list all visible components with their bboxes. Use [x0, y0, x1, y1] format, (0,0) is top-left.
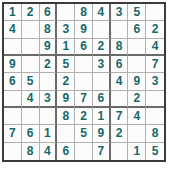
- sudoku-cell-r5c5[interactable]: [75, 73, 93, 90]
- sudoku-cell-r2c3[interactable]: 8: [40, 21, 58, 38]
- sudoku-cell-r8c5[interactable]: 5: [75, 125, 93, 142]
- sudoku-cell-r4c6[interactable]: 3: [93, 56, 111, 73]
- sudoku-cell-r3c3[interactable]: 9: [40, 39, 58, 56]
- sudoku-cell-r3c1[interactable]: [4, 39, 22, 56]
- sudoku-cell-r6c3[interactable]: 3: [40, 91, 58, 108]
- sudoku-cell-r1c1[interactable]: 1: [4, 4, 22, 21]
- sudoku-cell-r9c2[interactable]: 8: [22, 143, 40, 160]
- sudoku-cell-r7c3[interactable]: [40, 108, 58, 125]
- sudoku-cell-r3c8[interactable]: [128, 39, 146, 56]
- sudoku-board: 1268435483962916284925367652493439762821…: [2, 2, 166, 162]
- sudoku-cell-r7c8[interactable]: 4: [128, 108, 146, 125]
- sudoku-cell-r1c8[interactable]: 5: [128, 4, 146, 21]
- sudoku-cell-r4c9[interactable]: 7: [146, 56, 164, 73]
- sudoku-cell-r5c7[interactable]: 4: [111, 73, 129, 90]
- sudoku-cell-r5c2[interactable]: 5: [22, 73, 40, 90]
- sudoku-cell-r3c4[interactable]: 1: [57, 39, 75, 56]
- sudoku-cell-r9c3[interactable]: 4: [40, 143, 58, 160]
- sudoku-cell-r8c9[interactable]: 8: [146, 125, 164, 142]
- sudoku-cell-r5c8[interactable]: 9: [128, 73, 146, 90]
- sudoku-cell-r3c9[interactable]: 4: [146, 39, 164, 56]
- sudoku-cell-r5c4[interactable]: 2: [57, 73, 75, 90]
- sudoku-cell-r8c8[interactable]: [128, 125, 146, 142]
- sudoku-cell-r8c6[interactable]: 9: [93, 125, 111, 142]
- sudoku-cell-r2c2[interactable]: [22, 21, 40, 38]
- sudoku-cell-r2c6[interactable]: [93, 21, 111, 38]
- sudoku-cell-r6c2[interactable]: 4: [22, 91, 40, 108]
- sudoku-cell-r2c1[interactable]: 4: [4, 21, 22, 38]
- sudoku-cell-r5c1[interactable]: 6: [4, 73, 22, 90]
- sudoku-cell-r2c9[interactable]: 2: [146, 21, 164, 38]
- sudoku-cell-r6c4[interactable]: 9: [57, 91, 75, 108]
- sudoku-cell-r7c7[interactable]: 7: [111, 108, 129, 125]
- sudoku-cell-r3c7[interactable]: 8: [111, 39, 129, 56]
- sudoku-cell-r4c5[interactable]: [75, 56, 93, 73]
- sudoku-cell-r7c1[interactable]: [4, 108, 22, 125]
- sudoku-cell-r4c3[interactable]: 2: [40, 56, 58, 73]
- sudoku-cell-r1c9[interactable]: [146, 4, 164, 21]
- sudoku-cell-r6c6[interactable]: 6: [93, 91, 111, 108]
- sudoku-cell-r9c8[interactable]: 1: [128, 143, 146, 160]
- sudoku-cell-r7c2[interactable]: [22, 108, 40, 125]
- sudoku-cell-r1c3[interactable]: 6: [40, 4, 58, 21]
- sudoku-cell-r5c3[interactable]: [40, 73, 58, 90]
- sudoku-cell-r9c1[interactable]: [4, 143, 22, 160]
- sudoku-cell-r6c7[interactable]: [111, 91, 129, 108]
- sudoku-cell-r1c5[interactable]: 8: [75, 4, 93, 21]
- sudoku-cell-r9c6[interactable]: 7: [93, 143, 111, 160]
- sudoku-cell-r9c5[interactable]: [75, 143, 93, 160]
- sudoku-cell-r4c7[interactable]: 6: [111, 56, 129, 73]
- sudoku-cell-r5c6[interactable]: [93, 73, 111, 90]
- sudoku-cell-r2c8[interactable]: 6: [128, 21, 146, 38]
- sudoku-cell-r7c4[interactable]: 8: [57, 108, 75, 125]
- sudoku-cell-r4c8[interactable]: [128, 56, 146, 73]
- sudoku-cell-r8c1[interactable]: 7: [4, 125, 22, 142]
- sudoku-cell-r9c9[interactable]: 5: [146, 143, 164, 160]
- sudoku-cell-r4c2[interactable]: [22, 56, 40, 73]
- sudoku-cell-r9c7[interactable]: [111, 143, 129, 160]
- sudoku-cell-r5c9[interactable]: 3: [146, 73, 164, 90]
- sudoku-cell-r2c4[interactable]: 3: [57, 21, 75, 38]
- sudoku-cell-r6c9[interactable]: [146, 91, 164, 108]
- sudoku-cell-r7c9[interactable]: [146, 108, 164, 125]
- sudoku-cell-r7c5[interactable]: 2: [75, 108, 93, 125]
- sudoku-cell-r8c7[interactable]: 2: [111, 125, 129, 142]
- sudoku-cell-r4c4[interactable]: 5: [57, 56, 75, 73]
- sudoku-cell-r3c5[interactable]: 6: [75, 39, 93, 56]
- sudoku-cell-r6c1[interactable]: [4, 91, 22, 108]
- sudoku-cell-r8c2[interactable]: 6: [22, 125, 40, 142]
- sudoku-cell-r6c5[interactable]: 7: [75, 91, 93, 108]
- sudoku-cell-r8c3[interactable]: 1: [40, 125, 58, 142]
- sudoku-cell-r3c6[interactable]: 2: [93, 39, 111, 56]
- sudoku-cell-r1c7[interactable]: 3: [111, 4, 129, 21]
- sudoku-cell-r6c8[interactable]: 2: [128, 91, 146, 108]
- sudoku-cell-r7c6[interactable]: 1: [93, 108, 111, 125]
- sudoku-cell-r3c2[interactable]: [22, 39, 40, 56]
- sudoku-cell-r1c6[interactable]: 4: [93, 4, 111, 21]
- sudoku-cell-r2c5[interactable]: 9: [75, 21, 93, 38]
- sudoku-cell-r2c7[interactable]: [111, 21, 129, 38]
- sudoku-cell-r4c1[interactable]: 9: [4, 56, 22, 73]
- sudoku-cell-r1c4[interactable]: [57, 4, 75, 21]
- sudoku-cell-r1c2[interactable]: 2: [22, 4, 40, 21]
- sudoku-cell-r9c4[interactable]: 6: [57, 143, 75, 160]
- sudoku-cell-r8c4[interactable]: [57, 125, 75, 142]
